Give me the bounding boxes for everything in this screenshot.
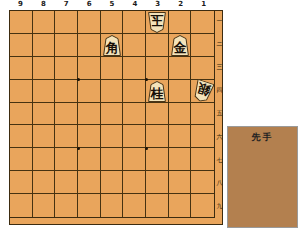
board-cell — [55, 103, 78, 126]
file-label: 5 — [101, 0, 124, 9]
board-cell — [146, 125, 169, 148]
board-cell — [191, 34, 214, 57]
board-cell — [33, 148, 56, 171]
board-cell — [78, 103, 101, 126]
board-cell — [78, 171, 101, 194]
file-label: 4 — [123, 0, 146, 9]
hoshi-dot — [145, 78, 148, 81]
board-cell — [123, 125, 146, 148]
board-cell — [10, 11, 33, 34]
board-cell — [123, 80, 146, 103]
board-cell — [191, 125, 214, 148]
board-cell — [169, 57, 192, 80]
board-cell — [169, 194, 192, 217]
piece-gote-king: 玉 — [148, 12, 166, 33]
board-cell — [169, 148, 192, 171]
board-cell — [123, 11, 146, 34]
board-cell — [33, 34, 56, 57]
board-cell — [78, 148, 101, 171]
board-cell — [101, 125, 124, 148]
board-cell — [123, 103, 146, 126]
hoshi-dot — [145, 147, 148, 150]
board-cell — [146, 34, 169, 57]
rank-label: 九 — [215, 195, 224, 218]
sente-label: 先手 — [228, 131, 297, 144]
file-label: 6 — [78, 0, 101, 9]
piece-sente-gold: 金 — [171, 35, 189, 56]
board-cell — [191, 194, 214, 217]
board-cell — [169, 103, 192, 126]
board-cell — [169, 125, 192, 148]
file-label: 9 — [9, 0, 32, 9]
board-cell — [101, 148, 124, 171]
board-cell — [10, 171, 33, 194]
board-cell — [33, 11, 56, 34]
board-cell — [33, 103, 56, 126]
board-cell — [33, 171, 56, 194]
board-cell — [123, 171, 146, 194]
board-cell — [101, 103, 124, 126]
board-cell — [33, 125, 56, 148]
file-label: 1 — [192, 0, 215, 9]
board-cell — [123, 57, 146, 80]
board-cell — [169, 171, 192, 194]
board-cell — [10, 194, 33, 217]
board-cell — [101, 171, 124, 194]
hoshi-dot — [77, 147, 80, 150]
board-cell — [101, 80, 124, 103]
board-cell — [169, 11, 192, 34]
board-cell — [33, 57, 56, 80]
board-cell — [78, 194, 101, 217]
board-cell — [10, 34, 33, 57]
rank-label: 七 — [215, 149, 224, 172]
svg-text:金: 金 — [173, 40, 188, 55]
rank-label: 二 — [215, 33, 224, 56]
board-cell — [10, 57, 33, 80]
board-cell — [55, 194, 78, 217]
board-cell — [55, 11, 78, 34]
file-label: 3 — [146, 0, 169, 9]
svg-text:玉: 玉 — [151, 13, 164, 28]
board-cell — [55, 80, 78, 103]
board-cell — [169, 80, 192, 103]
svg-text:角: 角 — [105, 40, 119, 55]
file-labels: 987654321 — [9, 0, 215, 9]
board-cell — [33, 80, 56, 103]
board-cell — [123, 148, 146, 171]
board-cell — [78, 80, 101, 103]
board-cell — [101, 11, 124, 34]
board-cell — [146, 57, 169, 80]
board-cell — [101, 194, 124, 217]
board-cell — [191, 148, 214, 171]
board-cell — [55, 57, 78, 80]
hoshi-dot — [77, 78, 80, 81]
sente-komadai: 先手 — [227, 126, 298, 228]
shogi-diagram: 987654321 一二三四五六七八九 玉角金桂銀 先手 — [0, 0, 300, 231]
board-cell — [191, 103, 214, 126]
board-cell — [55, 34, 78, 57]
rank-label: 八 — [215, 172, 224, 195]
board-cell — [146, 103, 169, 126]
board-cell — [123, 34, 146, 57]
board-cell — [10, 148, 33, 171]
board-cell — [146, 171, 169, 194]
board-cell — [78, 57, 101, 80]
board-cell — [78, 125, 101, 148]
board-cell — [191, 11, 214, 34]
file-label: 2 — [169, 0, 192, 9]
rank-labels: 一二三四五六七八九 — [215, 10, 224, 218]
board-cell — [146, 194, 169, 217]
file-label: 8 — [32, 0, 55, 9]
board-cell — [78, 11, 101, 34]
piece-sente-knight: 桂 — [148, 81, 166, 102]
board-cell — [146, 148, 169, 171]
rank-label: 四 — [215, 79, 224, 102]
board-cell — [33, 194, 56, 217]
board-cell — [101, 57, 124, 80]
board-cell — [123, 194, 146, 217]
rank-label: 一 — [215, 10, 224, 33]
board-cell — [10, 80, 33, 103]
rank-label: 三 — [215, 56, 224, 79]
rank-label: 六 — [215, 126, 224, 149]
piece-sente-bishop: 角 — [103, 35, 121, 56]
board-cell — [55, 148, 78, 171]
file-label: 7 — [55, 0, 78, 9]
board-cell — [78, 34, 101, 57]
board-cell — [191, 57, 214, 80]
board-cell — [55, 125, 78, 148]
shogi-board: 一二三四五六七八九 玉角金桂銀 — [9, 10, 223, 225]
board-cell — [191, 171, 214, 194]
rank-label: 五 — [215, 102, 224, 125]
board-cell — [10, 103, 33, 126]
board-cell — [10, 125, 33, 148]
board-cell — [55, 171, 78, 194]
svg-text:桂: 桂 — [150, 86, 164, 101]
